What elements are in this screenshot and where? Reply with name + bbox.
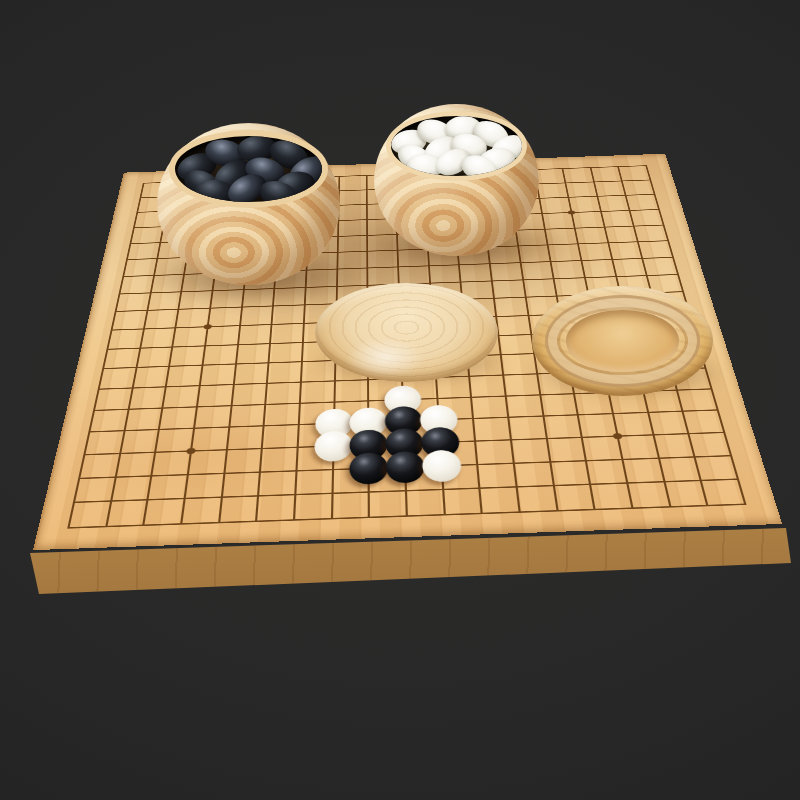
star-point [203,324,212,329]
bowl-lid-dome [315,283,498,382]
black-bowl-opening [169,130,328,208]
stone-white [314,430,353,462]
star-point [186,448,196,454]
black-stone-bowl [157,123,340,285]
scene-background [0,0,800,800]
star-point [612,433,622,439]
stone-black [349,452,388,485]
stone-black [385,451,425,484]
lid-inner-recess [566,310,678,372]
bowl-lid-inverted [532,286,713,396]
stone-white [421,449,462,482]
white-stone-bowl [374,104,539,256]
white-bowl-opening [386,111,527,181]
